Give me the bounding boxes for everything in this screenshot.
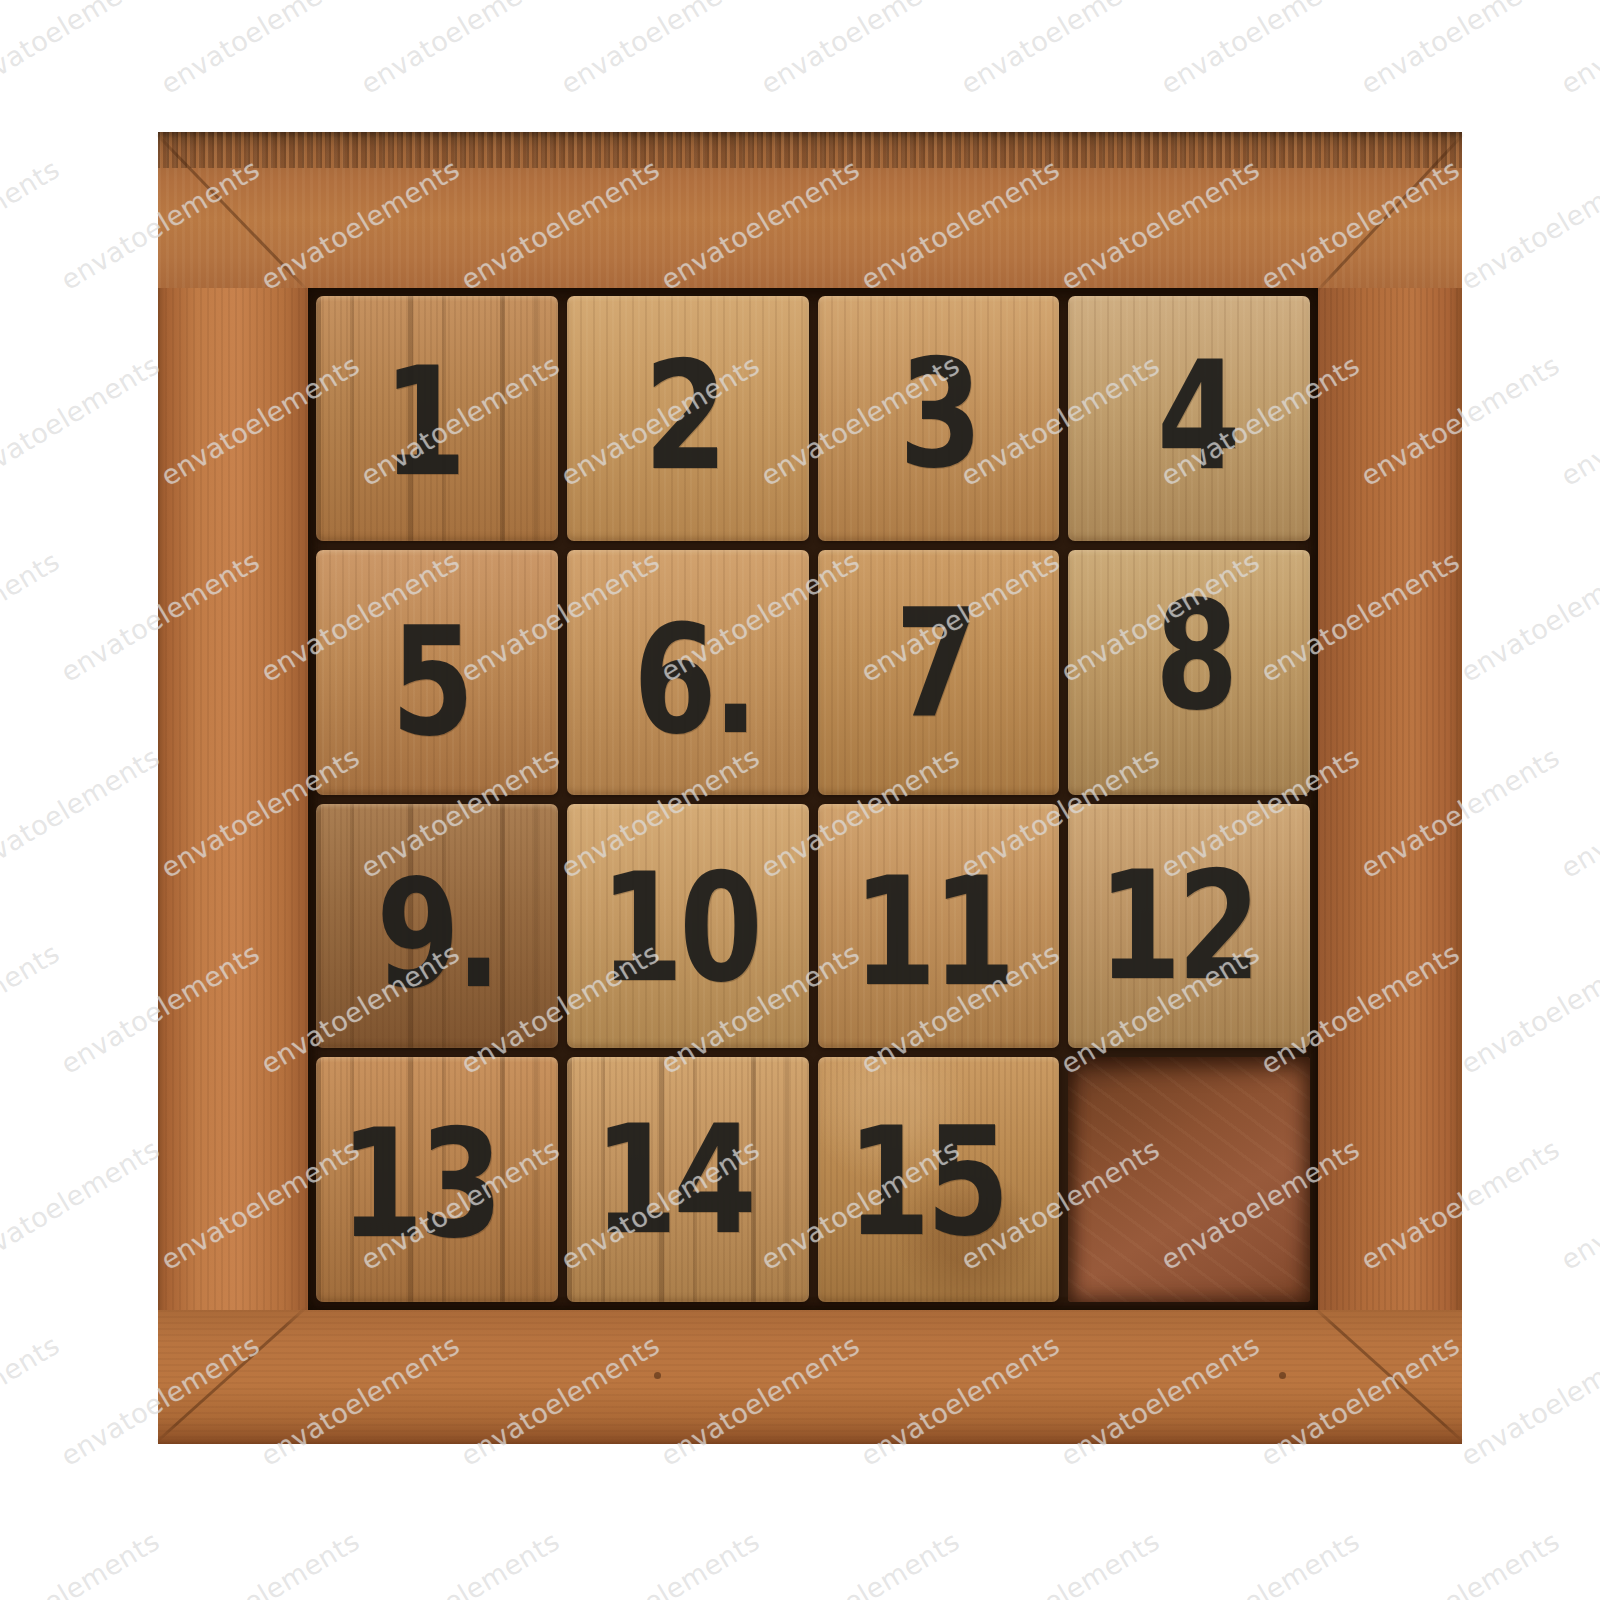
- tile-12-label: 12: [1098, 851, 1257, 1001]
- watermark-row: envatoelementsenvatoelementsenvatoelemen…: [0, 1498, 1600, 1600]
- tile-4[interactable]: 4: [1068, 296, 1310, 541]
- watermark-text: envatoelements: [1366, 1531, 1553, 1600]
- frame-top: [158, 132, 1462, 288]
- tile-1[interactable]: 1: [316, 296, 558, 541]
- watermark-text: envatoelements: [0, 551, 54, 681]
- watermark-text: envatoelements: [966, 1531, 1153, 1600]
- watermark-text: envatoelements: [1566, 1139, 1600, 1269]
- tile-15[interactable]: 15: [818, 1057, 1060, 1302]
- watermark-text: envatoelements: [0, 0, 154, 93]
- watermark-text: envatoelements: [0, 355, 154, 485]
- watermark-text: envatoelements: [166, 0, 353, 93]
- tile-15-label: 15: [847, 1107, 1006, 1257]
- watermark-text: envatoelements: [366, 1531, 553, 1600]
- fifteen-puzzle: 1 2 3 4 5 6. 7 8 9. 10 11 12 13 14 15: [158, 132, 1462, 1444]
- tile-10[interactable]: 10: [567, 804, 809, 1049]
- tile-10-label: 10: [600, 853, 759, 1003]
- tile-7-label: 7: [895, 589, 975, 739]
- photo-canvas: 1 2 3 4 5 6. 7 8 9. 10 11 12 13 14 15 en…: [0, 0, 1600, 1600]
- tile-11-label: 11: [853, 857, 1012, 1007]
- watermark-text: envatoelements: [0, 1335, 54, 1465]
- tile-13[interactable]: 13: [316, 1057, 558, 1302]
- watermark-text: envatoelements: [366, 0, 553, 93]
- watermark-text: envatoelements: [0, 159, 54, 289]
- frame-right: [1318, 132, 1462, 1444]
- tile-3-label: 3: [899, 339, 979, 489]
- tile-6-label: 6.: [633, 605, 754, 755]
- watermark-text: envatoelements: [166, 1531, 353, 1600]
- watermark-text: envatoelements: [566, 0, 753, 93]
- tile-8-label: 8: [1155, 581, 1235, 731]
- watermark-text: envatoelements: [1166, 1531, 1353, 1600]
- tile-6[interactable]: 6.: [567, 550, 809, 795]
- watermark-text: envatoelements: [1566, 355, 1600, 485]
- watermark-text: envatoelements: [966, 0, 1153, 93]
- tile-7[interactable]: 7: [818, 550, 1060, 795]
- tile-3[interactable]: 3: [818, 296, 1060, 541]
- watermark-text: envatoelements: [566, 1531, 753, 1600]
- watermark-text: envatoelements: [1566, 1531, 1600, 1600]
- tile-8[interactable]: 8: [1068, 550, 1310, 795]
- tile-4-label: 4: [1157, 341, 1237, 491]
- watermark-text: envatoelements: [0, 1531, 154, 1600]
- watermark-text: envatoelements: [766, 1531, 953, 1600]
- tile-2-label: 2: [644, 341, 724, 491]
- watermark-text: envatoelements: [1166, 0, 1353, 93]
- tile-14-label: 14: [594, 1105, 753, 1255]
- watermark-text: envatoelements: [0, 943, 54, 1073]
- frame-left: [158, 132, 308, 1444]
- tile-5[interactable]: 5: [316, 550, 558, 795]
- watermark-row: envatoelementsenvatoelementsenvatoelemen…: [0, 0, 1600, 126]
- watermark-text: envatoelements: [1566, 0, 1600, 93]
- tile-13-label: 13: [339, 1109, 498, 1259]
- watermark-text: envatoelements: [1366, 0, 1553, 93]
- watermark-text: envatoelements: [1466, 551, 1600, 681]
- watermark-text: envatoelements: [0, 747, 154, 877]
- tile-9-label: 9.: [376, 859, 497, 1009]
- watermark-text: envatoelements: [1466, 1335, 1600, 1465]
- tile-9[interactable]: 9.: [316, 804, 558, 1049]
- watermark-text: envatoelements: [1466, 159, 1600, 289]
- tile-12[interactable]: 12: [1068, 804, 1310, 1049]
- watermark-text: envatoelements: [1466, 943, 1600, 1073]
- tile-2[interactable]: 2: [567, 296, 809, 541]
- watermark-text: envatoelements: [766, 0, 953, 93]
- watermark-text: envatoelements: [0, 1139, 154, 1269]
- puzzle-tray: 1 2 3 4 5 6. 7 8 9. 10 11 12 13 14 15: [308, 288, 1318, 1310]
- tile-1-label: 1: [383, 347, 463, 497]
- watermark-text: envatoelements: [1566, 747, 1600, 877]
- frame-bottom: [158, 1310, 1462, 1444]
- tile-14[interactable]: 14: [567, 1057, 809, 1302]
- empty-space: [1068, 1057, 1310, 1302]
- tile-11[interactable]: 11: [818, 804, 1060, 1049]
- tile-5-label: 5: [391, 607, 471, 757]
